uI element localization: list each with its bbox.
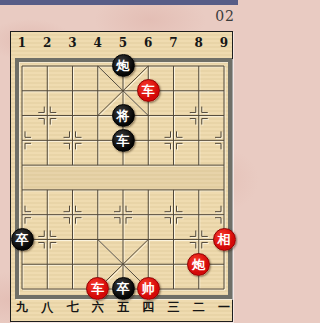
piece-black-soldier[interactable]: 卒 xyxy=(112,277,135,300)
column-label: 七 xyxy=(60,299,85,316)
column-label: 8 xyxy=(186,35,211,50)
piece-black-soldier[interactable]: 卒 xyxy=(11,228,34,251)
column-label: 7 xyxy=(161,35,186,50)
column-label: 2 xyxy=(35,35,60,50)
piece-red-chariot[interactable]: 车 xyxy=(86,277,109,300)
column-label: 5 xyxy=(110,35,135,50)
column-label: 9 xyxy=(211,35,236,50)
piece-black-general[interactable]: 将 xyxy=(112,104,135,127)
column-labels-top: 123456789 xyxy=(9,35,236,50)
xiangqi-board[interactable]: 123456789 九八七六五四三二一 炮车将车卒相炮车卒帅 xyxy=(10,31,233,322)
piece-red-elephant[interactable]: 相 xyxy=(213,228,236,251)
piece-red-general[interactable]: 帅 xyxy=(137,277,160,300)
column-label: 三 xyxy=(161,299,186,316)
column-label: 二 xyxy=(186,299,211,316)
column-label: 六 xyxy=(85,299,110,316)
piece-black-cannon[interactable]: 炮 xyxy=(112,54,135,77)
puzzle-number-label: 02 xyxy=(215,8,235,24)
column-label: 3 xyxy=(60,35,85,50)
column-label: 九 xyxy=(9,299,34,316)
column-label: 1 xyxy=(9,35,34,50)
piece-red-cannon[interactable]: 炮 xyxy=(187,253,210,276)
column-label: 八 xyxy=(35,299,60,316)
column-label: 一 xyxy=(211,299,236,316)
column-label: 五 xyxy=(110,299,135,316)
window-title-bar xyxy=(0,0,238,5)
column-label: 四 xyxy=(136,299,161,316)
piece-black-chariot[interactable]: 车 xyxy=(112,129,135,152)
column-label: 6 xyxy=(136,35,161,50)
column-label: 4 xyxy=(85,35,110,50)
pieces-layer: 炮车将车卒相炮车卒帅 xyxy=(9,54,236,302)
piece-red-chariot[interactable]: 车 xyxy=(137,79,160,102)
